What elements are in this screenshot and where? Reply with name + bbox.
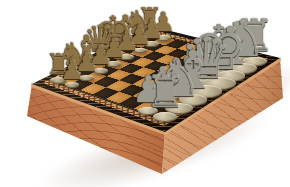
rook-glyph: ♜ <box>145 69 185 114</box>
pawn-glyph: ♟ <box>60 57 84 84</box>
chess-set-photo: ♜♞♝♛♚♝♞♜♟♟♟♟♟♟♟♟♟♟♟♟♟♟♟♟♜♞♝♛♚♝♞♜ <box>0 0 290 187</box>
pieces-layer: ♜♞♝♛♚♝♞♜♟♟♟♟♟♟♟♟♟♟♟♟♟♟♟♟♜♞♝♛♚♝♞♜ <box>0 0 290 187</box>
